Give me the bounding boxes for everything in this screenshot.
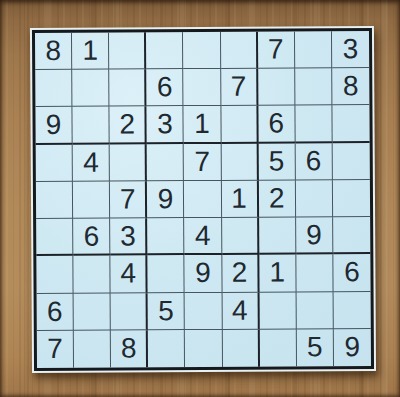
cell-r3c3: 2 — [110, 107, 147, 144]
cell-r1c8 — [295, 31, 332, 68]
cell-r8c7 — [259, 292, 296, 329]
cell-r5c7: 2 — [259, 180, 296, 217]
cell-r4c5: 7 — [184, 144, 221, 181]
cell-r2c9: 8 — [332, 68, 369, 105]
cell-r7c4 — [148, 255, 185, 292]
cell-r5c3: 7 — [110, 181, 147, 218]
cell-r7c2 — [73, 256, 110, 293]
cell-r4c3 — [110, 144, 147, 181]
cell-r6c2: 6 — [73, 219, 110, 256]
cell-r9c8: 5 — [297, 329, 334, 366]
cell-r7c9: 6 — [333, 254, 370, 291]
cell-r3c8 — [295, 106, 332, 143]
cell-r2c2 — [72, 70, 109, 107]
cell-r7c3: 4 — [111, 256, 148, 293]
cell-r8c3 — [111, 293, 148, 330]
cell-r4c9 — [333, 143, 370, 180]
cell-r1c6 — [221, 32, 258, 69]
cell-r5c1 — [36, 182, 73, 219]
cell-r3c6 — [221, 106, 258, 143]
puzzle-card: 817367892316475679126349492166547859 — [30, 26, 376, 373]
cell-r4c7: 5 — [258, 143, 295, 180]
cell-r2c4: 6 — [147, 69, 184, 106]
cell-r6c7 — [259, 218, 296, 255]
wood-table: { "game": "sudoku", "position": "81....7… — [0, 0, 400, 397]
cell-r2c5 — [184, 69, 221, 106]
cell-r9c6 — [222, 329, 259, 366]
cell-r4c1 — [36, 144, 73, 181]
cell-r8c5 — [185, 292, 222, 329]
cell-r8c2 — [74, 293, 111, 330]
cell-r2c7 — [258, 69, 295, 106]
cell-r6c1 — [36, 219, 73, 256]
cell-r4c2: 4 — [73, 144, 110, 181]
cell-r9c7 — [259, 329, 296, 366]
cell-r9c3: 8 — [111, 330, 148, 367]
cell-r3c4: 3 — [147, 107, 184, 144]
cell-r5c4: 9 — [147, 181, 184, 218]
cell-r1c5 — [183, 32, 220, 69]
cell-r7c1 — [36, 256, 73, 293]
cell-r4c6 — [221, 143, 258, 180]
cell-r8c8 — [296, 292, 333, 329]
cell-r6c9 — [333, 217, 370, 254]
sudoku-board: 817367892316475679126349492166547859 — [32, 28, 374, 371]
cell-r8c6: 4 — [222, 292, 259, 329]
cell-r3c2 — [73, 107, 110, 144]
cell-r6c3: 3 — [110, 218, 147, 255]
cell-r6c5: 4 — [185, 218, 222, 255]
cell-r6c6 — [222, 218, 259, 255]
cell-r8c4: 5 — [148, 293, 185, 330]
cell-r9c1: 7 — [37, 331, 74, 368]
cell-r5c9 — [333, 180, 370, 217]
cell-r2c8 — [295, 68, 332, 105]
cell-r4c4 — [147, 144, 184, 181]
cell-r5c8 — [296, 180, 333, 217]
cell-r7c5: 9 — [185, 255, 222, 292]
cell-r1c7: 7 — [258, 31, 295, 68]
cell-r3c7: 6 — [258, 106, 295, 143]
cell-r1c4 — [146, 32, 183, 69]
cell-r1c2: 1 — [72, 33, 109, 70]
cell-r6c4 — [147, 218, 184, 255]
cell-r3c9 — [332, 105, 369, 142]
cell-r1c9: 3 — [332, 31, 369, 68]
cell-r5c5 — [184, 181, 221, 218]
cell-r4c8: 6 — [295, 143, 332, 180]
cell-r8c1: 6 — [37, 293, 74, 330]
cell-r9c2 — [74, 330, 111, 367]
cell-r9c9: 9 — [334, 329, 371, 366]
cell-r3c1: 9 — [35, 107, 72, 144]
cell-r7c7: 1 — [259, 255, 296, 292]
cell-r2c6: 7 — [221, 69, 258, 106]
cell-r7c6: 2 — [222, 255, 259, 292]
cell-r3c5: 1 — [184, 106, 221, 143]
cell-r9c5 — [185, 330, 222, 367]
cell-r2c3 — [109, 70, 146, 107]
cell-r1c3 — [109, 32, 146, 69]
cell-r6c8: 9 — [296, 217, 333, 254]
cell-r1c1: 8 — [35, 33, 72, 70]
cell-r7c8 — [296, 255, 333, 292]
cell-r9c4 — [148, 330, 185, 367]
cell-r2c1 — [35, 70, 72, 107]
cell-r5c2 — [73, 181, 110, 218]
cell-r8c9 — [333, 292, 370, 329]
cell-r5c6: 1 — [221, 181, 258, 218]
